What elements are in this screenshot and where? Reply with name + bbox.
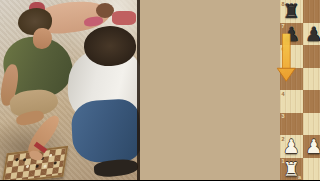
square-b2[interactable]: ♟ — [303, 135, 320, 158]
piece-white-rook-a1[interactable]: ♜ — [280, 158, 303, 181]
rank-label-6: 6 — [282, 46, 285, 52]
square-a5[interactable]: 5 — [280, 68, 303, 91]
square-b7[interactable]: ♟ — [303, 23, 320, 46]
square-a7[interactable]: 7♟ — [280, 23, 303, 46]
beach-photo — [0, 0, 140, 180]
square-a6[interactable]: 6 — [280, 45, 303, 68]
square-a4[interactable]: 4 — [280, 90, 303, 113]
rank-label-4: 4 — [282, 91, 285, 97]
square-a8[interactable]: 8♜ — [280, 0, 303, 23]
rank-label-5: 5 — [282, 68, 285, 74]
beach-towel — [112, 11, 136, 25]
screenshot: 8♜♝♛♚♝♞♜7♟♟♟♟♟6♞5♟♟♟4♝3♞2♟♟♟♟♟♟♟1a♜bcd♛e… — [0, 0, 320, 180]
piece-black-pawn-b7[interactable]: ♟ — [303, 23, 320, 46]
chess-board-panel: 8♜♝♛♚♝♞♜7♟♟♟♟♟6♞5♟♟♟4♝3♞2♟♟♟♟♟♟♟1a♜bcd♛e… — [140, 0, 320, 180]
square-a2[interactable]: 2♟ — [280, 135, 303, 158]
beach-chess-pieces — [15, 158, 18, 161]
square-b3[interactable] — [303, 113, 320, 136]
square-a3[interactable]: 3 — [280, 113, 303, 136]
piece-white-pawn-a2[interactable]: ♟ — [280, 135, 303, 158]
rank-label-3: 3 — [282, 113, 285, 119]
square-b6[interactable] — [303, 45, 320, 68]
square-b8[interactable] — [303, 0, 320, 23]
square-b4[interactable] — [303, 90, 320, 113]
chess-board[interactable]: 8♜♝♛♚♝♞♜7♟♟♟♟♟6♞5♟♟♟4♝3♞2♟♟♟♟♟♟♟1a♜bcd♛e… — [280, 0, 320, 180]
square-b1[interactable]: b — [303, 158, 320, 181]
piece-white-pawn-b2[interactable]: ♟ — [303, 135, 320, 158]
piece-black-pawn-a7[interactable]: ♟ — [280, 23, 303, 46]
piece-black-rook-a8[interactable]: ♜ — [280, 0, 303, 23]
square-b5[interactable] — [303, 68, 320, 91]
player-white-jeans — [70, 98, 140, 163]
square-a1[interactable]: 1a♜ — [280, 158, 303, 181]
